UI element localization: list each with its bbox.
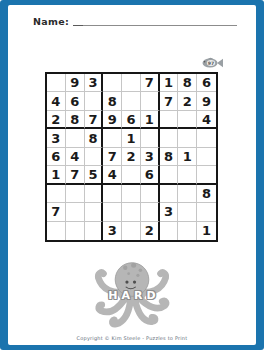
cell-r3c2[interactable]: 8 <box>66 111 85 129</box>
cell-r7c6[interactable] <box>141 185 160 203</box>
cell-r3c9[interactable]: 4 <box>197 111 216 129</box>
cell-r6c5[interactable] <box>122 166 141 184</box>
cell-r9c9[interactable]: 1 <box>197 222 216 240</box>
copyright-text: Copyright © Kim Steele - Puzzles to Prin… <box>8 335 256 341</box>
cell-r3c6[interactable]: 1 <box>141 111 160 129</box>
cell-r8c6[interactable] <box>141 203 160 221</box>
worksheet-frame: Name: 97 9371864687292879614381647238117… <box>0 0 264 350</box>
cell-r8c5[interactable] <box>122 203 141 221</box>
cell-r3c7[interactable] <box>160 111 179 129</box>
cell-r8c8[interactable] <box>178 203 197 221</box>
cell-r1c8[interactable]: 8 <box>178 74 197 92</box>
cell-r5c4[interactable]: 7 <box>103 148 122 166</box>
cell-r5c7[interactable]: 8 <box>160 148 179 166</box>
cell-r7c3[interactable] <box>85 185 104 203</box>
cell-r8c2[interactable] <box>66 203 85 221</box>
cell-r3c1[interactable]: 2 <box>47 111 66 129</box>
cell-r3c8[interactable] <box>178 111 197 129</box>
cell-r1c6[interactable]: 7 <box>141 74 160 92</box>
cell-r1c3[interactable]: 3 <box>85 74 104 92</box>
octopus-mascot: HARD <box>90 256 174 330</box>
cell-r4c5[interactable]: 1 <box>122 129 141 147</box>
cell-r7c2[interactable] <box>66 185 85 203</box>
name-row: Name: <box>33 13 237 27</box>
cell-r4c4[interactable] <box>103 129 122 147</box>
cell-r1c1[interactable] <box>47 74 66 92</box>
cell-r7c4[interactable] <box>103 185 122 203</box>
cell-r6c6[interactable]: 6 <box>141 166 160 184</box>
cell-r2c7[interactable]: 7 <box>160 92 179 110</box>
cell-r7c5[interactable] <box>122 185 141 203</box>
cell-r3c4[interactable]: 9 <box>103 111 122 129</box>
difficulty-label: HARD <box>90 289 174 302</box>
cell-r5c1[interactable]: 6 <box>47 148 66 166</box>
cell-r2c1[interactable]: 4 <box>47 92 66 110</box>
cell-r6c8[interactable] <box>178 166 197 184</box>
name-field-line <box>73 15 237 27</box>
cell-r9c8[interactable] <box>178 222 197 240</box>
cell-r7c1[interactable] <box>47 185 66 203</box>
cell-r8c1[interactable]: 7 <box>47 203 66 221</box>
cell-r4c7[interactable] <box>160 129 179 147</box>
cell-r6c9[interactable] <box>197 166 216 184</box>
cell-r1c9[interactable]: 6 <box>197 74 216 92</box>
cell-r6c7[interactable] <box>160 166 179 184</box>
sudoku-board: 9371864687292879614381647238117546873321 <box>45 72 218 242</box>
cell-r2c4[interactable]: 8 <box>103 92 122 110</box>
cell-r6c4[interactable]: 4 <box>103 166 122 184</box>
cell-r4c6[interactable] <box>141 129 160 147</box>
cell-r6c2[interactable]: 7 <box>66 166 85 184</box>
fish-icon: 97 <box>201 55 224 69</box>
cell-r5c6[interactable]: 3 <box>141 148 160 166</box>
cell-r8c3[interactable] <box>85 203 104 221</box>
cell-r7c8[interactable] <box>178 185 197 203</box>
cell-r9c7[interactable] <box>160 222 179 240</box>
cell-r5c2[interactable]: 4 <box>66 148 85 166</box>
cell-r4c3[interactable]: 8 <box>85 129 104 147</box>
cell-r5c8[interactable]: 1 <box>178 148 197 166</box>
cell-r6c1[interactable]: 1 <box>47 166 66 184</box>
cell-r8c7[interactable]: 3 <box>160 203 179 221</box>
puzzle-number-badge: 97 <box>208 61 214 66</box>
cell-r7c7[interactable] <box>160 185 179 203</box>
cell-r2c6[interactable] <box>141 92 160 110</box>
cell-r9c1[interactable] <box>47 222 66 240</box>
cell-r2c5[interactable] <box>122 92 141 110</box>
cell-r4c9[interactable] <box>197 129 216 147</box>
cell-r7c9[interactable]: 8 <box>197 185 216 203</box>
cell-r9c6[interactable]: 2 <box>141 222 160 240</box>
cell-r2c2[interactable]: 6 <box>66 92 85 110</box>
cell-r5c9[interactable] <box>197 148 216 166</box>
cell-r8c4[interactable] <box>103 203 122 221</box>
cell-r4c2[interactable] <box>66 129 85 147</box>
cell-r5c5[interactable]: 2 <box>122 148 141 166</box>
cell-r5c3[interactable] <box>85 148 104 166</box>
worksheet-page: Name: 97 9371864687292879614381647238117… <box>8 5 256 345</box>
cell-r3c5[interactable]: 6 <box>122 111 141 129</box>
cell-r1c7[interactable]: 1 <box>160 74 179 92</box>
cell-r1c2[interactable]: 9 <box>66 74 85 92</box>
cell-r2c3[interactable] <box>85 92 104 110</box>
name-line-light-segment <box>83 25 237 26</box>
cell-r1c4[interactable] <box>103 74 122 92</box>
cell-r6c3[interactable]: 5 <box>85 166 104 184</box>
cell-r4c1[interactable]: 3 <box>47 129 66 147</box>
cell-r4c8[interactable] <box>178 129 197 147</box>
cell-r9c5[interactable] <box>122 222 141 240</box>
cell-r3c3[interactable]: 7 <box>85 111 104 129</box>
cell-r9c2[interactable] <box>66 222 85 240</box>
cell-r9c3[interactable] <box>85 222 104 240</box>
cell-r2c9[interactable]: 9 <box>197 92 216 110</box>
cell-r1c5[interactable] <box>122 74 141 92</box>
cell-r2c8[interactable]: 2 <box>178 92 197 110</box>
cell-r8c9[interactable] <box>197 203 216 221</box>
cell-r9c4[interactable]: 3 <box>103 222 122 240</box>
name-label: Name: <box>33 16 69 27</box>
